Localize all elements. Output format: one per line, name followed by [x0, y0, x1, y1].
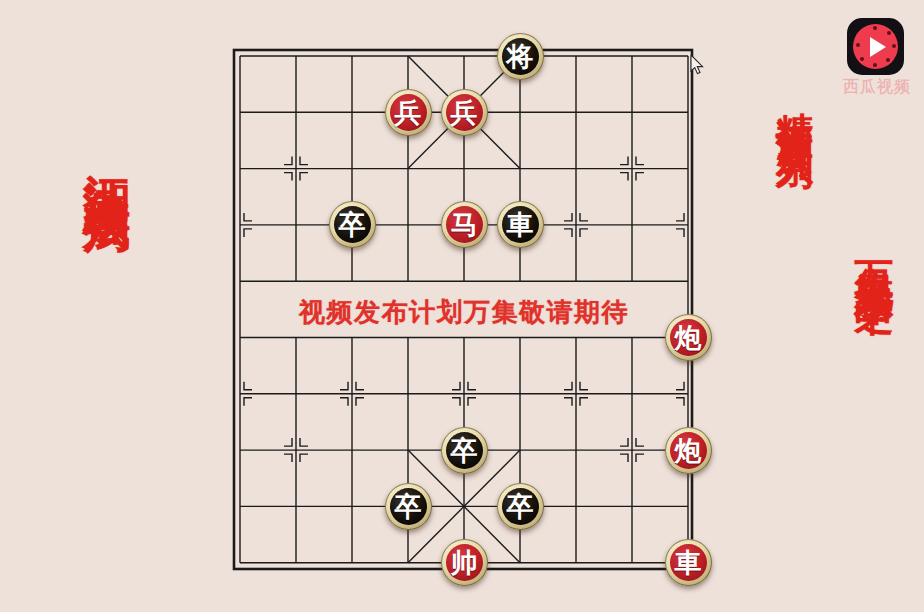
seed-dot: [887, 31, 891, 35]
seed-dot: [860, 57, 864, 61]
play-icon: [853, 24, 898, 69]
black-chariot-piece[interactable]: 車: [497, 201, 544, 248]
red-horse-piece[interactable]: 马: [441, 201, 488, 248]
red-soldier-piece[interactable]: 兵: [385, 89, 432, 136]
seed-dot: [873, 26, 877, 30]
black-soldier-piece[interactable]: 卒: [329, 201, 376, 248]
seed-dot: [856, 43, 860, 47]
seed-dot: [873, 63, 877, 67]
red-soldier-piece[interactable]: 兵: [441, 89, 488, 136]
video-frame: { "game": "xiangqi", "position": { "fen"…: [0, 0, 924, 612]
black-soldier-piece[interactable]: 卒: [497, 483, 544, 530]
black-soldier-piece[interactable]: 卒: [441, 427, 488, 474]
red-chariot-piece[interactable]: 車: [665, 539, 712, 586]
play-triangle-icon: [870, 37, 886, 57]
mouse-cursor-icon: [690, 55, 706, 77]
red-cannon-piece[interactable]: 炮: [665, 314, 712, 361]
xigua-logo-tile: [847, 18, 904, 75]
xigua-logo-label: 西瓜视频: [834, 77, 920, 98]
river-text: 视频发布计划万集敬请期待: [240, 295, 688, 330]
red-cannon-piece[interactable]: 炮: [665, 427, 712, 474]
black-soldier-piece[interactable]: 卒: [385, 483, 432, 530]
seed-dot: [892, 44, 896, 48]
black-general-piece[interactable]: 将: [497, 33, 544, 80]
seed-dot: [886, 58, 890, 62]
red-general-piece[interactable]: 帅: [441, 539, 488, 586]
